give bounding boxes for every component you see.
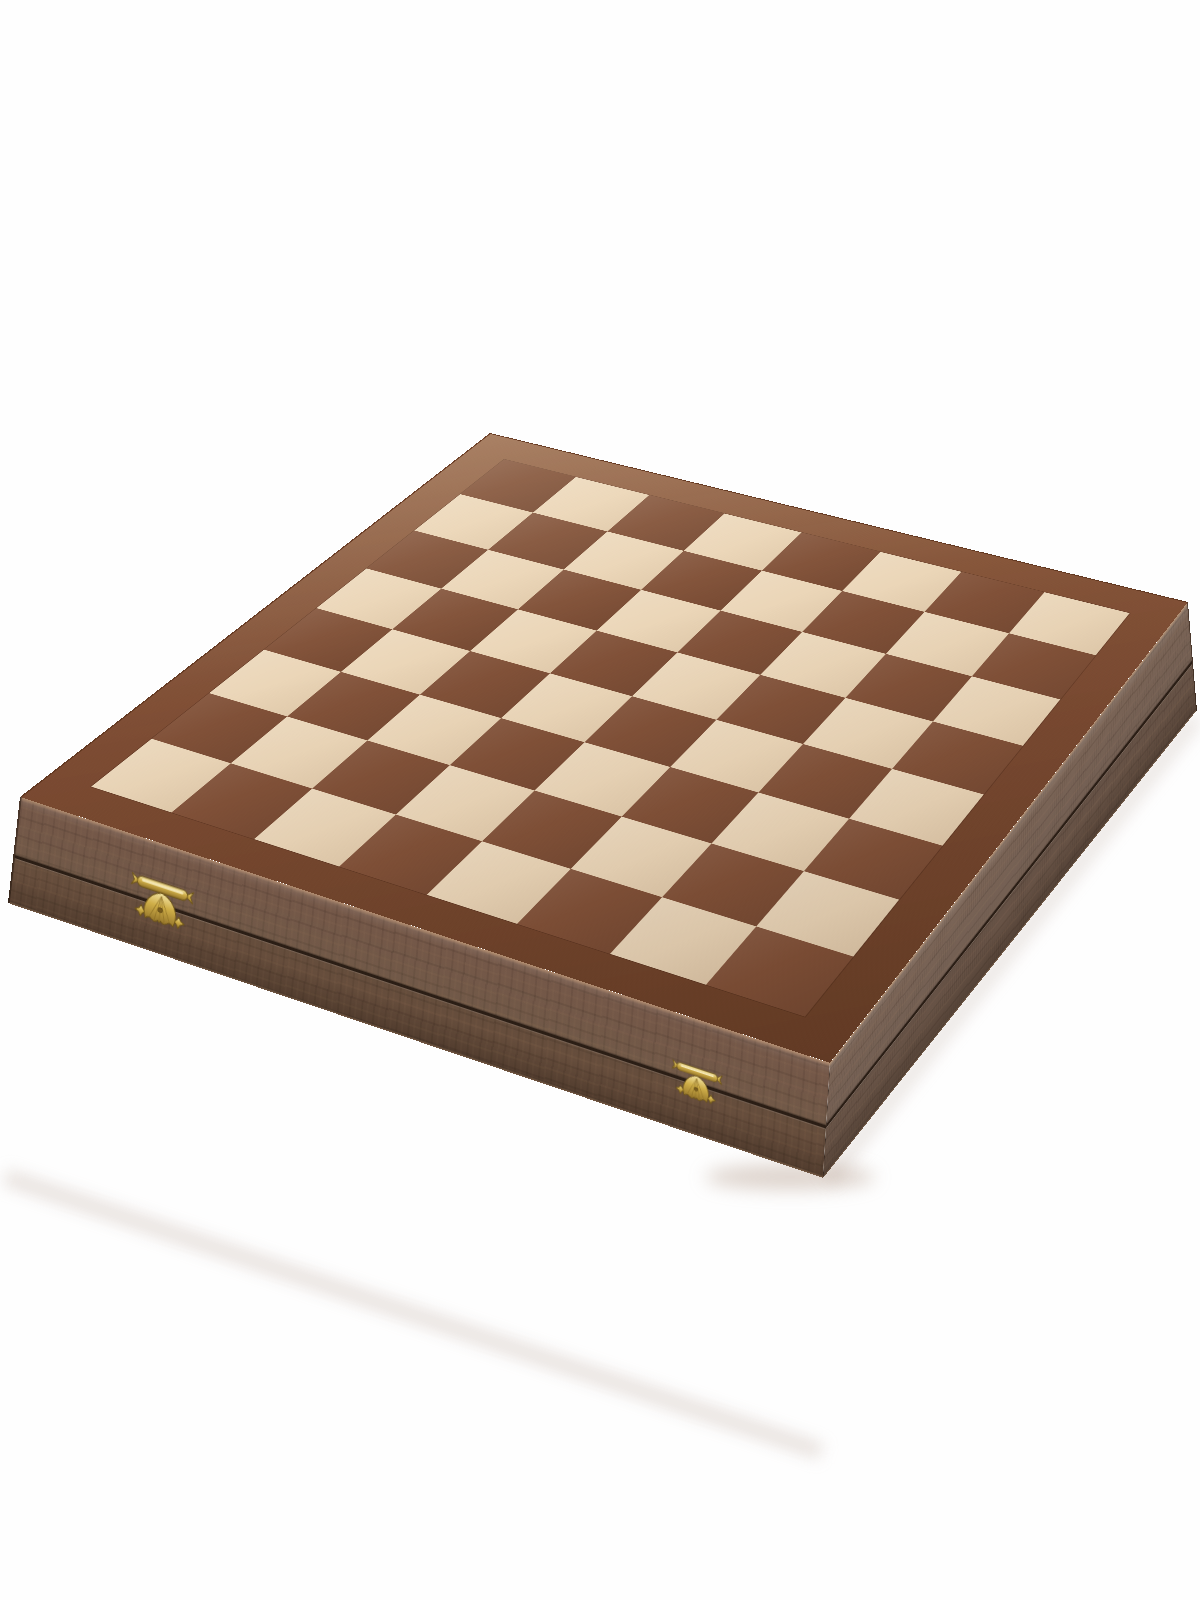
page: { "meta": { "description": "Angled produ…: [0, 0, 1200, 1600]
drop-shadow-left: [3, 1170, 823, 1459]
brass-clasp-icon: [120, 866, 202, 942]
drop-shadow-corner: [705, 1164, 875, 1190]
product-photo: [0, 0, 1200, 1600]
brass-clasp-icon: [664, 1050, 728, 1120]
board-top-face: [20, 433, 1188, 1063]
